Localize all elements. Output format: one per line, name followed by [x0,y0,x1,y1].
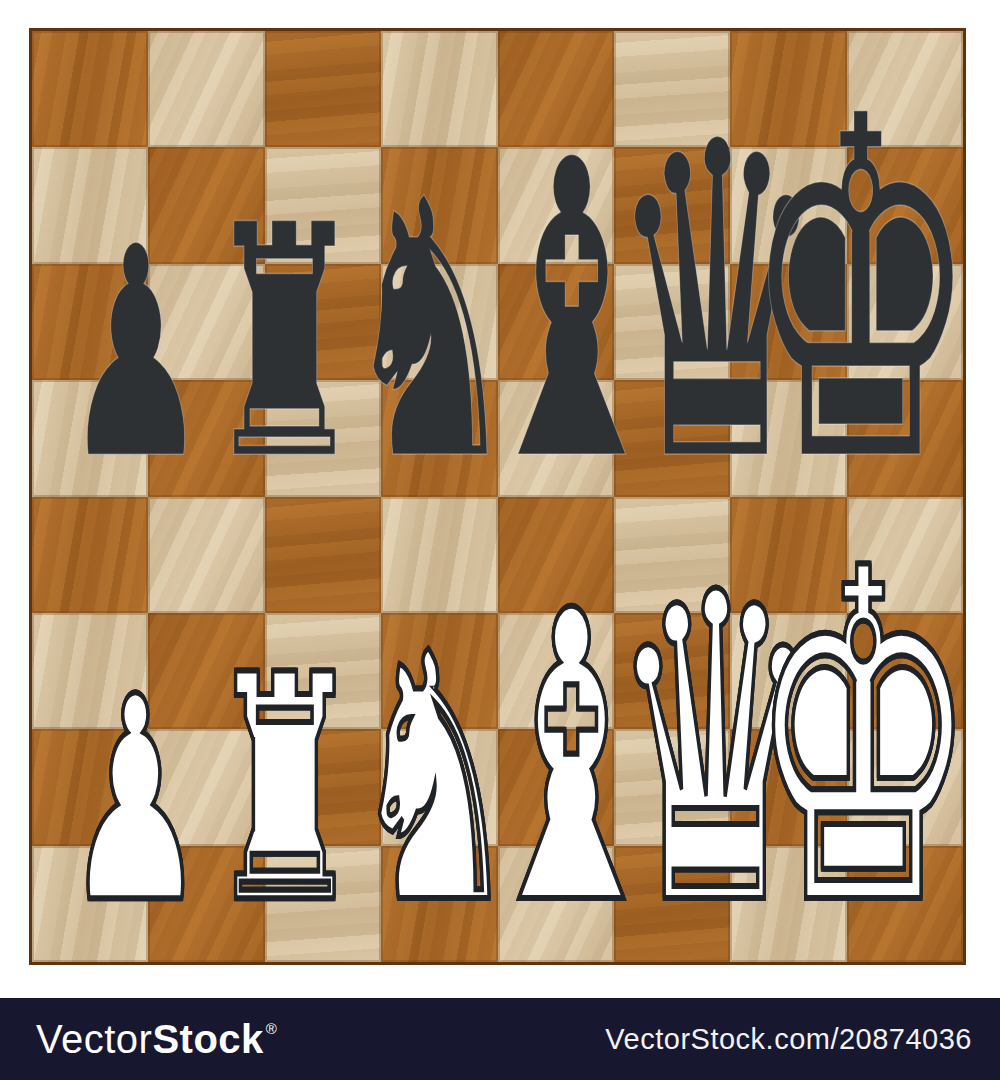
logo-text-stock: Stock [152,1017,263,1061]
white-king-piece[interactable]: ♚ [613,511,1000,901]
registered-trademark-mark: ® [266,1020,278,1037]
vectorstock-logo: VectorStock® [36,1017,277,1062]
pieces-layer: ♟♜♞♝♛♚♟♜♞♝♛♚ [0,0,1000,1080]
watermark-bar: VectorStock® VectorStock.com/20874036 [0,998,1000,1080]
black-king-piece[interactable]: ♚ [611,57,1000,457]
logo-text-vector: Vector [36,1017,152,1061]
white-king-glyph: ♚ [748,511,978,969]
vectorstock-url: VectorStock.com/20874036 [605,1023,972,1056]
illustration-canvas: ♟♜♞♝♛♚♟♜♞♝♛♚ VectorStock® VectorStock.co… [0,0,1000,1080]
black-king-glyph: ♚ [743,57,979,527]
